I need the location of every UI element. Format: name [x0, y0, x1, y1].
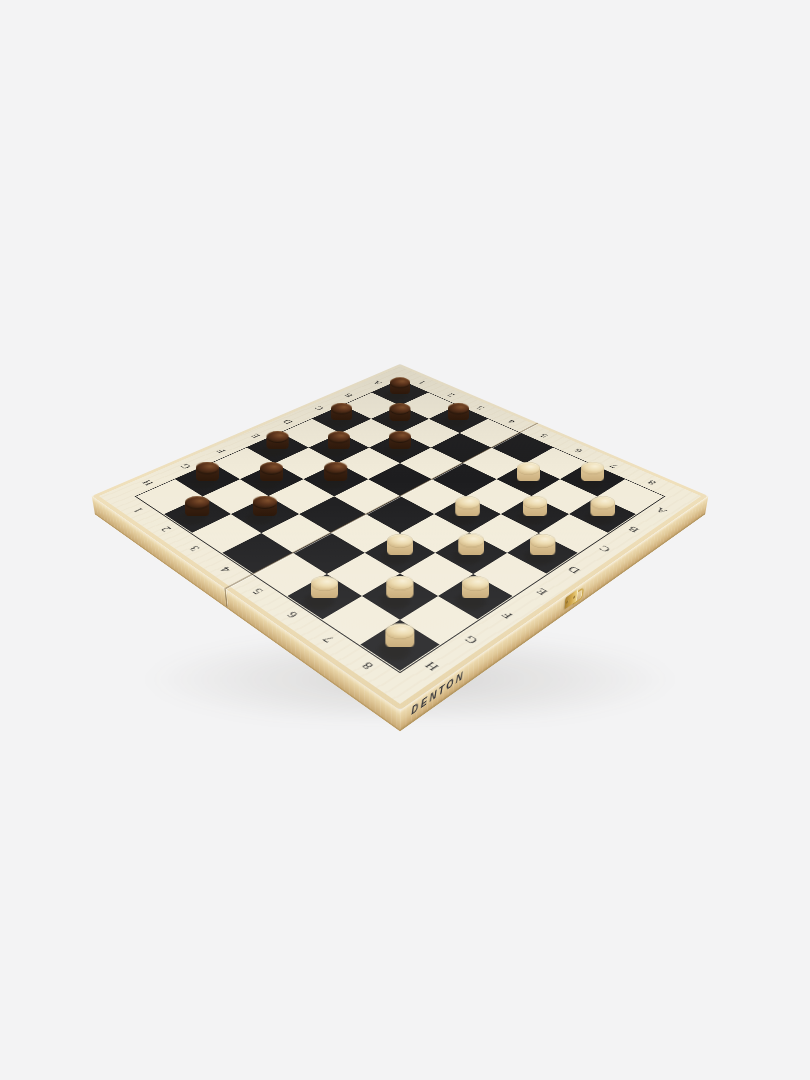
dark-checker — [389, 431, 411, 451]
square-E5 — [366, 496, 433, 533]
dark-checker — [196, 461, 219, 482]
dark-checker — [448, 403, 469, 423]
light-checker — [386, 575, 414, 600]
light-checker — [517, 461, 540, 482]
checker-top — [389, 403, 410, 415]
dark-checker — [324, 461, 347, 482]
dark-checker — [260, 461, 283, 482]
square-F4 — [299, 496, 366, 533]
checker-top — [530, 533, 556, 547]
light-checker — [590, 495, 615, 518]
light-checker — [581, 461, 604, 482]
light-checker — [530, 533, 556, 557]
dark-checker — [331, 403, 352, 423]
checker-top — [331, 403, 352, 415]
dark-checker — [390, 377, 410, 396]
light-checker — [458, 533, 484, 557]
light-checker — [385, 623, 414, 650]
checker-top — [253, 495, 278, 508]
checker-top — [324, 461, 347, 474]
checker-top — [385, 623, 414, 639]
checker-top — [328, 431, 350, 443]
checker-top — [311, 575, 339, 590]
square-G5 — [293, 533, 364, 574]
checker-top — [266, 431, 288, 443]
checker-top — [455, 495, 480, 508]
checker-top — [448, 403, 469, 415]
checker-top — [386, 575, 414, 590]
checker-top — [462, 575, 490, 590]
light-checker — [523, 495, 548, 518]
product-photo: 1234567812345678ABCDEFGHABCDEFGHDENTON — [0, 0, 810, 1080]
light-checker — [387, 533, 413, 557]
light-checker — [462, 575, 490, 600]
checker-top — [390, 377, 410, 388]
checker-top — [523, 495, 548, 508]
light-checker — [311, 575, 339, 600]
dark-checker — [328, 431, 350, 451]
dark-checker — [185, 495, 210, 518]
dark-checker — [253, 495, 278, 518]
square-H4 — [222, 533, 293, 574]
checker-top — [389, 431, 411, 443]
checker-top — [590, 495, 615, 508]
checker-top — [458, 533, 484, 547]
checker-top — [196, 461, 219, 474]
checker-top — [517, 461, 540, 474]
dark-checker — [266, 431, 288, 451]
checker-top — [185, 495, 210, 508]
dark-checker — [389, 403, 410, 423]
checker-top — [260, 461, 283, 474]
checker-top — [581, 461, 604, 474]
light-checker — [455, 495, 480, 518]
checker-top — [387, 533, 413, 547]
